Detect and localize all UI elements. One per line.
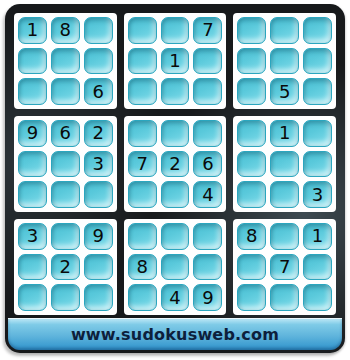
cell-r9c7[interactable]	[237, 284, 266, 311]
cell-r5c2[interactable]	[51, 151, 80, 178]
cell-r6c9: 3	[303, 181, 332, 208]
cell-r4c1: 9	[18, 120, 47, 147]
cell-r1c8[interactable]	[270, 17, 299, 44]
cell-r3c4[interactable]	[128, 78, 157, 105]
cell-r1c6: 7	[193, 17, 222, 44]
sudoku-box-7: 392	[14, 219, 117, 315]
cell-r2c9[interactable]	[303, 48, 332, 75]
cell-r4c9[interactable]	[303, 120, 332, 147]
cell-r6c8[interactable]	[270, 181, 299, 208]
sudoku-board-frame: 1867159623726413392849817 www.sudokusweb…	[5, 4, 345, 353]
footer-bar: www.sudokusweb.com	[8, 318, 342, 350]
cell-r8c5[interactable]	[161, 254, 190, 281]
cell-r1c1: 1	[18, 17, 47, 44]
cell-r5c7[interactable]	[237, 151, 266, 178]
cell-r6c6: 4	[193, 181, 222, 208]
cell-r8c1[interactable]	[18, 254, 47, 281]
website-link[interactable]: www.sudokusweb.com	[71, 325, 279, 344]
cell-r6c2[interactable]	[51, 181, 80, 208]
cell-r6c4[interactable]	[128, 181, 157, 208]
cell-r1c2: 8	[51, 17, 80, 44]
cell-r6c3[interactable]	[84, 181, 113, 208]
cell-r8c3[interactable]	[84, 254, 113, 281]
cell-r7c4[interactable]	[128, 223, 157, 250]
sudoku-box-3: 5	[233, 13, 336, 109]
cell-r2c1[interactable]	[18, 48, 47, 75]
cell-r9c3[interactable]	[84, 284, 113, 311]
cell-r7c7: 8	[237, 223, 266, 250]
cell-r3c7[interactable]	[237, 78, 266, 105]
cell-r4c6[interactable]	[193, 120, 222, 147]
sudoku-box-6: 13	[233, 116, 336, 212]
cell-r7c6[interactable]	[193, 223, 222, 250]
cell-r8c2: 2	[51, 254, 80, 281]
cell-r9c8[interactable]	[270, 284, 299, 311]
sudoku-box-9: 817	[233, 219, 336, 315]
cell-r1c7[interactable]	[237, 17, 266, 44]
cell-r4c3: 2	[84, 120, 113, 147]
sudoku-box-1: 186	[14, 13, 117, 109]
cell-r9c2[interactable]	[51, 284, 80, 311]
cell-r4c4[interactable]	[128, 120, 157, 147]
cell-r7c8[interactable]	[270, 223, 299, 250]
cell-r9c6: 9	[193, 284, 222, 311]
cell-r5c5: 2	[161, 151, 190, 178]
cell-r3c2[interactable]	[51, 78, 80, 105]
cell-r3c1[interactable]	[18, 78, 47, 105]
cell-r6c5[interactable]	[161, 181, 190, 208]
cell-r2c7[interactable]	[237, 48, 266, 75]
cell-r1c5[interactable]	[161, 17, 190, 44]
cell-r5c3: 3	[84, 151, 113, 178]
cell-r2c6[interactable]	[193, 48, 222, 75]
cell-r9c9[interactable]	[303, 284, 332, 311]
cell-r5c9[interactable]	[303, 151, 332, 178]
cell-r2c5: 1	[161, 48, 190, 75]
cell-r2c4[interactable]	[128, 48, 157, 75]
cell-r8c9[interactable]	[303, 254, 332, 281]
cell-r8c8: 7	[270, 254, 299, 281]
cell-r5c8[interactable]	[270, 151, 299, 178]
cell-r3c8: 5	[270, 78, 299, 105]
cell-r5c4: 7	[128, 151, 157, 178]
sudoku-box-2: 71	[124, 13, 227, 109]
cell-r1c3[interactable]	[84, 17, 113, 44]
cell-r1c4[interactable]	[128, 17, 157, 44]
cell-r5c6: 6	[193, 151, 222, 178]
cell-r2c2[interactable]	[51, 48, 80, 75]
cell-r3c5[interactable]	[161, 78, 190, 105]
cell-r4c8: 1	[270, 120, 299, 147]
cell-r6c1[interactable]	[18, 181, 47, 208]
cell-r2c8[interactable]	[270, 48, 299, 75]
cell-r4c7[interactable]	[237, 120, 266, 147]
sudoku-grid: 1867159623726413392849817	[14, 13, 336, 315]
cell-r3c6[interactable]	[193, 78, 222, 105]
cell-r7c1: 3	[18, 223, 47, 250]
cell-r9c4[interactable]	[128, 284, 157, 311]
cell-r8c6[interactable]	[193, 254, 222, 281]
cell-r2c3[interactable]	[84, 48, 113, 75]
cell-r1c9[interactable]	[303, 17, 332, 44]
cell-r7c5[interactable]	[161, 223, 190, 250]
cell-r4c2: 6	[51, 120, 80, 147]
cell-r9c1[interactable]	[18, 284, 47, 311]
sudoku-box-8: 849	[124, 219, 227, 315]
cell-r7c9: 1	[303, 223, 332, 250]
sudoku-box-5: 7264	[124, 116, 227, 212]
sudoku-box-4: 9623	[14, 116, 117, 212]
cell-r4c5[interactable]	[161, 120, 190, 147]
cell-r8c7[interactable]	[237, 254, 266, 281]
cell-r9c5: 4	[161, 284, 190, 311]
cell-r7c3: 9	[84, 223, 113, 250]
cell-r7c2[interactable]	[51, 223, 80, 250]
cell-r3c9[interactable]	[303, 78, 332, 105]
cell-r5c1[interactable]	[18, 151, 47, 178]
cell-r6c7[interactable]	[237, 181, 266, 208]
cell-r8c4: 8	[128, 254, 157, 281]
cell-r3c3: 6	[84, 78, 113, 105]
